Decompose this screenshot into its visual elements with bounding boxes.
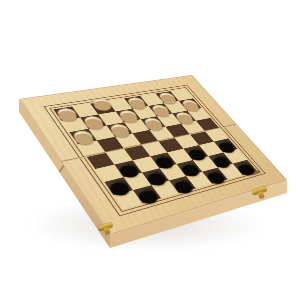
- checker-piece-light: [90, 98, 113, 110]
- product-photo-scene: [0, 0, 300, 300]
- board-grid: [53, 89, 257, 209]
